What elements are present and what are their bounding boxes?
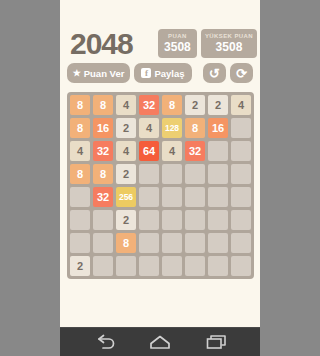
tile-4: 4 (116, 95, 136, 115)
empty-cell (208, 256, 228, 276)
rate-button[interactable]: ★ Puan Ver (67, 63, 130, 83)
empty-cell (208, 141, 228, 161)
refresh-icon: ⟳ (236, 66, 247, 81)
board[interactable]: 8843282248162412881643246443288232256282 (67, 92, 254, 279)
tile-4: 4 (139, 118, 159, 138)
empty-cell (116, 256, 136, 276)
home-icon (148, 334, 172, 350)
tile-8: 8 (162, 95, 182, 115)
empty-cell (139, 187, 159, 207)
empty-cell (185, 164, 205, 184)
empty-cell (70, 210, 90, 230)
tile-4: 4 (70, 141, 90, 161)
tile-2: 2 (116, 210, 136, 230)
tile-32: 32 (93, 187, 113, 207)
tile-128: 128 (162, 118, 182, 138)
best-score-box: YÜKSEK PUAN 3508 (201, 29, 257, 58)
share-button-label: Paylaş (154, 68, 184, 79)
tile-16: 16 (93, 118, 113, 138)
empty-cell (208, 210, 228, 230)
star-icon: ★ (73, 69, 81, 78)
toolbar: ★ Puan Ver f Paylaş ↺ ⟳ (60, 58, 260, 83)
tile-2: 2 (116, 164, 136, 184)
empty-cell (139, 256, 159, 276)
best-score-value: 3508 (205, 40, 253, 54)
tile-32: 32 (93, 141, 113, 161)
header: 2048 PUAN 3508 YÜKSEK PUAN 3508 (60, 0, 260, 58)
empty-cell (162, 210, 182, 230)
empty-cell (231, 187, 251, 207)
scoreboard: PUAN 3508 YÜKSEK PUAN 3508 (158, 29, 257, 58)
score-box: PUAN 3508 (158, 29, 197, 58)
tile-4: 4 (162, 141, 182, 161)
tile-64: 64 (139, 141, 159, 161)
home-button[interactable] (148, 334, 172, 350)
tile-2: 2 (185, 95, 205, 115)
empty-cell (93, 256, 113, 276)
empty-cell (185, 256, 205, 276)
empty-cell (185, 233, 205, 253)
empty-cell (208, 164, 228, 184)
empty-cell (162, 233, 182, 253)
undo-button[interactable]: ↺ (203, 63, 226, 83)
empty-cell (139, 164, 159, 184)
tile-8: 8 (116, 233, 136, 253)
empty-cell (162, 187, 182, 207)
empty-cell (231, 164, 251, 184)
tile-8: 8 (185, 118, 205, 138)
tile-2: 2 (208, 95, 228, 115)
empty-cell (70, 233, 90, 253)
empty-cell (162, 256, 182, 276)
back-button[interactable] (92, 334, 116, 350)
tile-2: 2 (70, 256, 90, 276)
tile-16: 16 (208, 118, 228, 138)
tile-256: 256 (116, 187, 136, 207)
empty-cell (231, 118, 251, 138)
tile-4: 4 (231, 95, 251, 115)
empty-cell (70, 187, 90, 207)
empty-cell (208, 233, 228, 253)
tile-8: 8 (70, 164, 90, 184)
empty-cell (93, 233, 113, 253)
tile-8: 8 (93, 95, 113, 115)
tile-8: 8 (70, 118, 90, 138)
empty-cell (231, 256, 251, 276)
recents-icon (204, 334, 228, 350)
tile-4: 4 (116, 141, 136, 161)
recents-button[interactable] (204, 334, 228, 350)
facebook-icon: f (141, 68, 151, 78)
back-icon (92, 334, 116, 350)
empty-cell (139, 233, 159, 253)
tile-2: 2 (116, 118, 136, 138)
empty-cell (185, 187, 205, 207)
score-value: 3508 (162, 40, 193, 54)
tile-32: 32 (185, 141, 205, 161)
tile-8: 8 (93, 164, 113, 184)
empty-cell (208, 187, 228, 207)
empty-cell (231, 233, 251, 253)
undo-icon: ↺ (209, 66, 220, 81)
rate-button-label: Puan Ver (84, 68, 125, 79)
app-title: 2048 (70, 29, 133, 58)
restart-button[interactable]: ⟳ (230, 63, 253, 83)
tile-32: 32 (139, 95, 159, 115)
share-button[interactable]: f Paylaş (134, 63, 192, 83)
empty-cell (185, 210, 205, 230)
tile-8: 8 (70, 95, 90, 115)
empty-cell (162, 164, 182, 184)
score-label: PUAN (162, 33, 193, 39)
best-score-label: YÜKSEK PUAN (205, 33, 253, 39)
empty-cell (231, 210, 251, 230)
app-screen: 2048 PUAN 3508 YÜKSEK PUAN 3508 ★ Puan V… (60, 0, 260, 356)
empty-cell (231, 141, 251, 161)
empty-cell (139, 210, 159, 230)
empty-cell (93, 210, 113, 230)
android-navbar (60, 327, 260, 356)
